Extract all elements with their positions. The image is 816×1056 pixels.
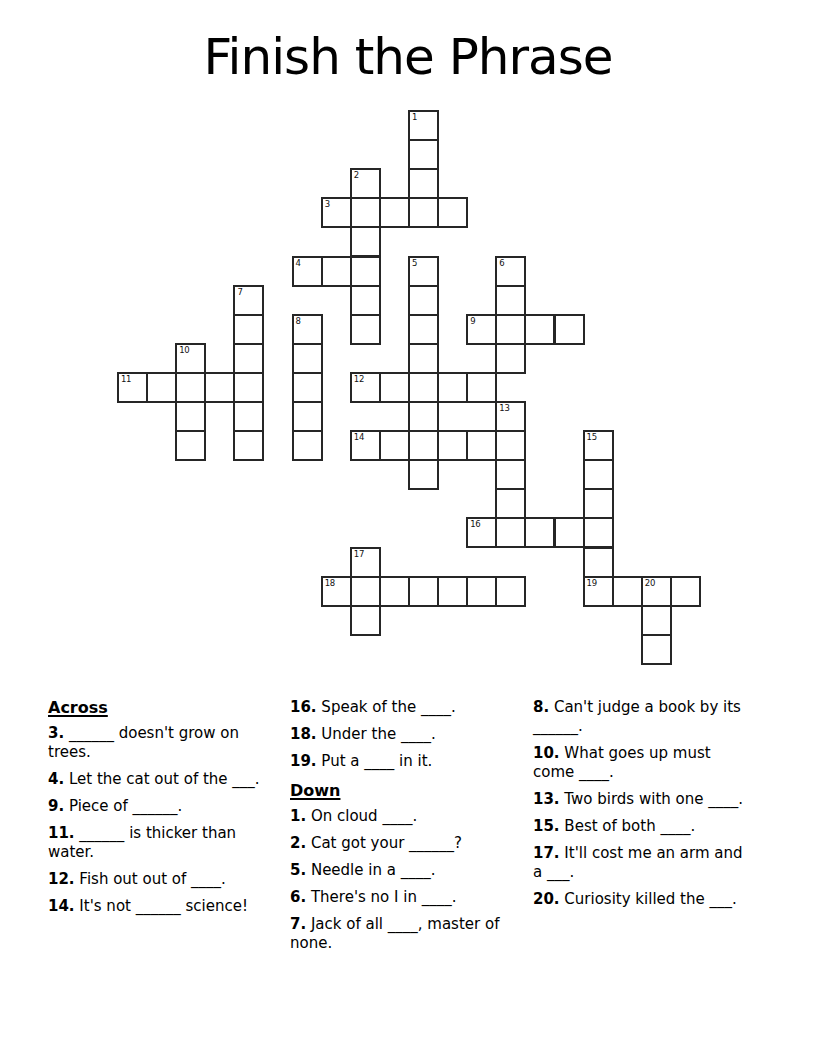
grid-cell[interactable] <box>437 197 468 228</box>
grid-cell[interactable] <box>408 576 439 607</box>
grid-cell[interactable] <box>350 226 381 257</box>
clue-text: Curiosity killed the ___. <box>564 890 736 908</box>
grid-cell[interactable] <box>583 517 614 548</box>
cell-number: 20 <box>645 578 655 588</box>
grid-cell[interactable]: 2 <box>350 168 381 199</box>
grid-cell[interactable] <box>379 430 410 461</box>
grid-cell[interactable] <box>554 314 585 345</box>
clue-number: 19. <box>290 752 317 770</box>
clues-column-1: Across3. ______ doesn't grow on trees.4.… <box>48 698 260 924</box>
clues-column-3: 8. Can't judge a book by its ______.10. … <box>533 698 745 917</box>
grid-cell[interactable] <box>379 197 410 228</box>
grid-cell[interactable] <box>612 576 643 607</box>
grid-cell[interactable] <box>408 168 439 199</box>
crossword-grid: 3491112141618192012567810131517 <box>117 110 701 665</box>
grid-cell[interactable] <box>495 285 526 316</box>
clue-text: There's no I in ____. <box>311 888 457 906</box>
grid-cell[interactable] <box>408 343 439 374</box>
grid-cell[interactable] <box>408 139 439 170</box>
grid-cell[interactable] <box>466 372 497 403</box>
grid-cell[interactable] <box>408 401 439 432</box>
grid-cell[interactable] <box>379 576 410 607</box>
clue-item: 3. ______ doesn't grow on trees. <box>48 724 260 762</box>
grid-cell[interactable] <box>292 372 323 403</box>
cell-number: 10 <box>179 345 189 355</box>
grid-cell[interactable]: 3 <box>321 197 352 228</box>
cell-number: 8 <box>296 316 301 326</box>
cell-number: 15 <box>587 432 597 442</box>
clue-text: Put a ____ in it. <box>321 752 432 770</box>
grid-cell[interactable]: 19 <box>583 576 614 607</box>
grid-cell[interactable] <box>408 314 439 345</box>
worksheet-page: Finish the Phrase 3491112141618192012567… <box>0 0 816 1056</box>
grid-cell[interactable]: 7 <box>233 285 264 316</box>
clue-number: 1. <box>290 807 306 825</box>
grid-cell[interactable] <box>379 372 410 403</box>
clue-item: 18. Under the ____. <box>290 725 508 744</box>
cell-number: 6 <box>499 258 504 268</box>
clue-item: 2. Cat got your ______? <box>290 834 508 853</box>
clue-number: 12. <box>48 870 75 888</box>
clue-text: Let the cat out of the ___. <box>69 770 260 788</box>
clue-text: Cat got your ______? <box>311 834 462 852</box>
clue-item: 5. Needle in a ____. <box>290 861 508 880</box>
clue-item: 15. Best of both ____. <box>533 817 745 836</box>
clue-number: 5. <box>290 861 306 879</box>
clue-number: 15. <box>533 817 560 835</box>
clue-number: 3. <box>48 724 64 742</box>
clue-text: Needle in a ____. <box>311 861 436 879</box>
clue-item: 12. Fish out out of ____. <box>48 870 260 889</box>
clue-item: 9. Piece of ______. <box>48 797 260 816</box>
clue-number: 8. <box>533 698 549 716</box>
cell-number: 7 <box>237 287 242 297</box>
cell-number: 9 <box>470 316 475 326</box>
cell-number: 3 <box>325 199 330 209</box>
clue-item: 19. Put a ____ in it. <box>290 752 508 771</box>
clue-text: It's not ______ science! <box>79 897 248 915</box>
grid-cell[interactable] <box>495 430 526 461</box>
grid-cell[interactable] <box>233 372 264 403</box>
page-title: Finish the Phrase <box>0 28 816 86</box>
clue-text: What goes up must come ____. <box>533 744 711 781</box>
grid-cell[interactable] <box>233 430 264 461</box>
cell-number: 11 <box>121 374 131 384</box>
clue-text: Piece of ______. <box>69 797 182 815</box>
grid-cell[interactable]: 17 <box>350 547 381 578</box>
clue-text: Jack of all ____, master of none. <box>290 915 499 952</box>
grid-cell[interactable] <box>175 430 206 461</box>
grid-cell[interactable]: 10 <box>175 343 206 374</box>
grid-cell[interactable]: 11 <box>117 372 148 403</box>
grid-cell[interactable]: 9 <box>466 314 497 345</box>
clue-item: 20. Curiosity killed the ___. <box>533 890 745 909</box>
cell-number: 5 <box>412 258 417 268</box>
grid-cell[interactable] <box>583 547 614 578</box>
clue-item: 11. ______ is thicker than water. <box>48 824 260 862</box>
grid-cell[interactable] <box>641 634 672 665</box>
clue-text: Under the ____. <box>321 725 435 743</box>
grid-cell[interactable] <box>524 517 555 548</box>
grid-cell[interactable] <box>233 314 264 345</box>
cell-number: 1 <box>412 112 417 122</box>
clue-item: 16. Speak of the ____. <box>290 698 508 717</box>
grid-cell[interactable] <box>583 459 614 490</box>
grid-cell[interactable] <box>146 372 177 403</box>
clue-number: 13. <box>533 790 560 808</box>
grid-cell[interactable] <box>350 197 381 228</box>
clue-number: 11. <box>48 824 75 842</box>
clue-item: 14. It's not ______ science! <box>48 897 260 916</box>
grid-cell[interactable] <box>350 285 381 316</box>
clue-item: 6. There's no I in ____. <box>290 888 508 907</box>
clue-item: 4. Let the cat out of the ___. <box>48 770 260 789</box>
cell-number: 18 <box>325 578 335 588</box>
cell-number: 16 <box>470 519 480 529</box>
clue-text: Two birds with one ____. <box>564 790 743 808</box>
clue-item: 13. Two birds with one ____. <box>533 790 745 809</box>
grid-cell[interactable] <box>641 605 672 636</box>
cell-number: 2 <box>354 170 359 180</box>
grid-cell[interactable] <box>408 430 439 461</box>
grid-cell[interactable]: 14 <box>350 430 381 461</box>
grid-cell[interactable] <box>350 256 381 287</box>
clue-text: It'll cost me an arm and a ___. <box>533 844 743 881</box>
clue-item: 1. On cloud ____. <box>290 807 508 826</box>
grid-cell[interactable] <box>350 576 381 607</box>
grid-cell[interactable] <box>670 576 701 607</box>
grid-cell[interactable] <box>408 285 439 316</box>
cell-number: 19 <box>587 578 597 588</box>
grid-cell[interactable]: 13 <box>495 401 526 432</box>
grid-cell[interactable] <box>554 517 585 548</box>
grid-cell[interactable] <box>437 430 468 461</box>
clue-item: 7. Jack of all ____, master of none. <box>290 915 508 953</box>
grid-cell[interactable] <box>524 314 555 345</box>
clue-item: 8. Can't judge a book by its ______. <box>533 698 745 736</box>
grid-cell[interactable]: 18 <box>321 576 352 607</box>
clue-number: 6. <box>290 888 306 906</box>
clue-number: 7. <box>290 915 306 933</box>
clue-text: Fish out out of ____. <box>79 870 225 888</box>
grid-cell[interactable] <box>495 459 526 490</box>
grid-cell[interactable]: 1 <box>408 110 439 141</box>
clue-text: Best of both ____. <box>564 817 695 835</box>
cell-number: 17 <box>354 549 364 559</box>
grid-cell[interactable] <box>495 517 526 548</box>
grid-cell[interactable] <box>292 401 323 432</box>
grid-cell[interactable]: 20 <box>641 576 672 607</box>
clue-number: 16. <box>290 698 317 716</box>
grid-cell[interactable] <box>321 256 352 287</box>
clue-text: Speak of the ____. <box>321 698 455 716</box>
grid-cell[interactable] <box>495 343 526 374</box>
cell-number: 13 <box>499 403 509 413</box>
grid-cell[interactable] <box>466 430 497 461</box>
grid-cell[interactable] <box>495 488 526 519</box>
clue-item: 17. It'll cost me an arm and a ___. <box>533 844 745 882</box>
grid-cell[interactable] <box>233 401 264 432</box>
clue-text: Can't judge a book by its ______. <box>533 698 741 735</box>
grid-cell[interactable]: 5 <box>408 256 439 287</box>
cell-number: 12 <box>354 374 364 384</box>
grid-cell[interactable]: 12 <box>350 372 381 403</box>
grid-cell[interactable] <box>583 488 614 519</box>
grid-cell[interactable] <box>437 576 468 607</box>
grid-cell[interactable] <box>204 372 235 403</box>
grid-cell[interactable] <box>175 401 206 432</box>
grid-cell[interactable]: 4 <box>292 256 323 287</box>
clue-number: 18. <box>290 725 317 743</box>
grid-cell[interactable] <box>350 605 381 636</box>
grid-cell[interactable] <box>292 430 323 461</box>
clue-text: ______ is thicker than water. <box>48 824 236 861</box>
cell-number: 14 <box>354 432 364 442</box>
clues-column-2: 16. Speak of the ____.18. Under the ____… <box>290 698 508 961</box>
grid-cell[interactable] <box>175 372 206 403</box>
grid-cell[interactable] <box>466 576 497 607</box>
clue-number: 9. <box>48 797 64 815</box>
clue-list-heading: Across <box>48 698 260 717</box>
clue-number: 20. <box>533 890 560 908</box>
clue-list-heading: Down <box>290 781 508 800</box>
clue-number: 14. <box>48 897 75 915</box>
grid-cell[interactable] <box>408 372 439 403</box>
grid-cell[interactable]: 16 <box>466 517 497 548</box>
grid-cell[interactable] <box>350 314 381 345</box>
clue-number: 2. <box>290 834 306 852</box>
grid-cell[interactable] <box>495 576 526 607</box>
grid-cell[interactable] <box>408 459 439 490</box>
clue-number: 4. <box>48 770 64 788</box>
grid-cell[interactable] <box>233 343 264 374</box>
grid-cell[interactable] <box>408 197 439 228</box>
grid-cell[interactable] <box>437 372 468 403</box>
clue-text: ______ doesn't grow on trees. <box>48 724 239 761</box>
grid-cell[interactable]: 8 <box>292 314 323 345</box>
grid-cell[interactable]: 15 <box>583 430 614 461</box>
clue-text: On cloud ____. <box>311 807 417 825</box>
clue-number: 17. <box>533 844 560 862</box>
clue-number: 10. <box>533 744 560 762</box>
clue-item: 10. What goes up must come ____. <box>533 744 745 782</box>
cell-number: 4 <box>296 258 301 268</box>
grid-cell[interactable] <box>495 314 526 345</box>
grid-cell[interactable] <box>292 343 323 374</box>
grid-cell[interactable]: 6 <box>495 256 526 287</box>
